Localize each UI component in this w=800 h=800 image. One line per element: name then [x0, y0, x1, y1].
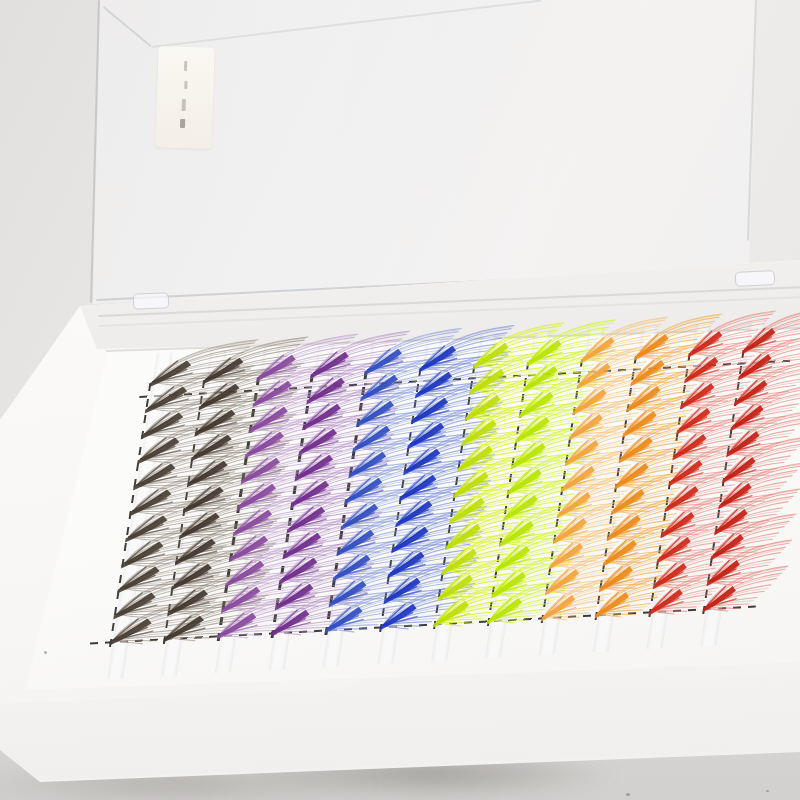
lid-bevel-top-edge — [152, 0, 541, 47]
case-hinge-ledge — [0, 0, 800, 400]
lash-strip-blue-2 — [377, 337, 443, 664]
lash-fan-purple-2-row-5 — [294, 431, 396, 488]
lash-fan-orange-1-row-11 — [540, 572, 630, 629]
lash-strip-brown-2 — [161, 349, 227, 676]
lash-fan-purple-1-row-7 — [232, 486, 336, 543]
lash-fan-orange-2-row-5 — [617, 414, 707, 471]
lash-fan-red-2-row-4 — [729, 382, 800, 438]
lash-fan-red-1-row-6 — [667, 437, 757, 494]
lash-fan-blue-2-row-1 — [417, 322, 515, 379]
lash-fan-purple-2-row-2 — [306, 354, 408, 411]
table-surface — [0, 655, 800, 800]
lash-fan-neon-yellow-1-row-9 — [440, 526, 534, 583]
lash-fan-blue-1-row-10 — [328, 558, 428, 615]
lash-fan-orange-1-row-10 — [544, 546, 634, 603]
lash-strip-red-2 — [700, 319, 766, 646]
hinge-crease-2 — [98, 296, 800, 326]
lash-fan-purple-2-row-8 — [282, 509, 384, 566]
dust-speck — [766, 790, 769, 792]
lash-fan-red-1-row-10 — [652, 540, 742, 597]
lash-fan-purple-2-row-11 — [270, 586, 372, 643]
lash-fan-neon-yellow-2-row-2 — [521, 343, 613, 400]
hinge-tab-left — [133, 292, 170, 310]
lash-fan-blue-2-row-5 — [402, 426, 500, 483]
lash-fan-blue-2-row-8 — [390, 503, 488, 560]
lash-fan-red-2-row-6 — [721, 434, 800, 490]
lash-fan-brown-1-row-2 — [144, 362, 256, 420]
guide-line-col-9 — [540, 359, 583, 627]
lash-fan-orange-1-row-2 — [575, 340, 665, 397]
lash-fan-red-1-row-4 — [675, 385, 765, 442]
lash-fan-brown-2-row-9 — [170, 540, 278, 598]
lash-fan-red-2-row-1 — [741, 305, 800, 361]
lash-fan-brown-2-row-7 — [178, 489, 286, 547]
lash-strip-purple-2 — [269, 343, 335, 670]
lash-fan-neon-yellow-2-row-8 — [498, 497, 590, 554]
guide-line-top — [139, 360, 791, 399]
lash-fan-red-2-row-5 — [725, 408, 800, 464]
lash-fan-orange-2-row-10 — [598, 543, 688, 600]
lash-fan-red-2-row-11 — [702, 563, 790, 619]
lash-strip-purple-1 — [215, 346, 281, 673]
lash-fan-brown-2-row-1 — [202, 334, 310, 392]
lash-fan-red-2-row-9 — [709, 511, 797, 567]
guide-line-col-5 — [324, 371, 367, 639]
lash-fan-blue-1-row-6 — [344, 454, 444, 511]
dust-speck — [44, 651, 47, 654]
lash-fan-red-1-row-1 — [687, 308, 777, 365]
lash-strip-brown-1 — [107, 352, 173, 679]
lash-fan-blue-1-row-3 — [356, 377, 456, 434]
lash-fan-orange-1-row-1 — [579, 314, 669, 371]
lash-fan-neon-yellow-2-row-3 — [517, 368, 609, 425]
dust-speck — [626, 793, 630, 796]
lash-fan-blue-2-row-11 — [378, 580, 476, 637]
lash-fan-orange-2-row-8 — [605, 492, 695, 549]
lash-fan-neon-yellow-1-row-2 — [467, 346, 561, 403]
lash-fan-neon-yellow-1-row-5 — [456, 423, 550, 480]
lash-fan-neon-yellow-2-row-11 — [486, 575, 578, 632]
lash-fan-red-1-row-7 — [663, 463, 753, 520]
lash-fan-orange-2-row-9 — [602, 517, 692, 574]
lash-fan-brown-2-row-8 — [174, 515, 282, 573]
guide-line-col-10 — [594, 356, 637, 624]
lash-fan-blue-1-row-8 — [336, 506, 436, 563]
lash-fan-red-1-row-11 — [648, 566, 738, 623]
hinge-tab-right — [735, 270, 776, 287]
hinge-crease — [98, 286, 800, 316]
lash-fan-purple-1-row-2 — [252, 357, 356, 414]
lash-fan-red-2-row-2 — [737, 331, 800, 387]
lash-fan-orange-2-row-11 — [594, 569, 684, 626]
lash-fan-orange-1-row-9 — [548, 520, 638, 577]
lash-fan-red-1-row-3 — [679, 360, 769, 417]
lash-fan-neon-yellow-1-row-10 — [436, 552, 530, 609]
lash-fan-neon-yellow-2-row-10 — [490, 549, 582, 606]
lash-fan-blue-1-row-2 — [359, 351, 459, 408]
lash-fan-blue-2-row-10 — [382, 555, 480, 612]
lash-fan-red-1-row-8 — [659, 489, 749, 546]
lash-fan-brown-1-row-7 — [124, 491, 236, 549]
lash-fan-blue-1-row-5 — [348, 429, 448, 486]
lash-fan-neon-yellow-2-row-6 — [505, 446, 597, 503]
guide-line-col-4 — [270, 374, 313, 642]
lash-fan-purple-2-row-3 — [302, 380, 404, 437]
lash-fan-red-1-row-5 — [671, 411, 761, 468]
lash-fan-blue-2-row-4 — [406, 400, 504, 457]
guide-line-col-11 — [648, 353, 691, 621]
lash-fan-neon-yellow-1-row-4 — [459, 397, 553, 454]
lash-grid — [99, 343, 798, 650]
lash-fan-red-2-row-7 — [717, 460, 800, 516]
guide-line-col-6 — [378, 368, 421, 636]
lash-fan-orange-1-row-5 — [563, 417, 653, 474]
case-base — [0, 0, 800, 800]
lash-fan-orange-2-row-1 — [633, 311, 723, 368]
lash-fan-purple-1-row-1 — [256, 331, 360, 388]
lash-fan-blue-1-row-4 — [352, 403, 452, 460]
lash-fan-purple-2-row-1 — [309, 328, 411, 385]
lash-fan-neon-yellow-2-row-1 — [525, 317, 617, 374]
lash-fan-brown-2-row-6 — [182, 463, 290, 521]
lash-fan-purple-2-row-4 — [298, 406, 400, 463]
lash-strip-blue-1 — [323, 340, 389, 667]
case-shadow — [240, 748, 620, 800]
lash-fan-orange-1-row-4 — [567, 391, 657, 448]
lash-fan-neon-yellow-1-row-8 — [444, 500, 538, 557]
lash-fan-neon-yellow-1-row-6 — [452, 449, 546, 506]
lash-fan-brown-2-row-2 — [198, 360, 306, 418]
lash-fan-brown-1-row-8 — [120, 517, 232, 575]
lid-right-edge — [748, 0, 757, 241]
lash-fan-neon-yellow-1-row-1 — [471, 320, 565, 377]
lash-fan-blue-2-row-2 — [413, 348, 511, 405]
lash-fan-purple-1-row-8 — [228, 512, 332, 569]
lid-bevel-corner — [103, 6, 152, 47]
lash-fan-brown-1-row-10 — [112, 569, 224, 627]
lash-fan-blue-1-row-9 — [332, 532, 432, 589]
lash-fan-brown-2-row-10 — [166, 566, 274, 624]
lash-fan-brown-1-row-5 — [132, 440, 244, 498]
lash-fan-orange-1-row-3 — [571, 366, 661, 423]
lash-fan-purple-2-row-6 — [290, 457, 392, 514]
lash-fan-purple-1-row-6 — [236, 460, 340, 517]
lash-fan-orange-2-row-6 — [613, 440, 703, 497]
lash-strip-orange-1 — [539, 328, 605, 655]
lash-fan-brown-1-row-3 — [140, 388, 252, 446]
lash-fan-brown-1-row-9 — [116, 543, 228, 601]
clear-lid — [0, 0, 800, 310]
lash-fan-brown-2-row-5 — [186, 437, 294, 495]
guide-line-bottom — [90, 606, 756, 645]
guide-line-col-3 — [216, 377, 259, 645]
lash-fan-brown-2-row-3 — [194, 386, 302, 444]
lash-fan-purple-1-row-9 — [224, 538, 328, 595]
lash-fan-orange-2-row-2 — [629, 337, 719, 394]
lash-fan-purple-2-row-7 — [286, 483, 388, 540]
guide-line-col-2 — [162, 380, 205, 648]
lash-fan-purple-1-row-5 — [240, 434, 344, 491]
guide-line-col-1 — [108, 383, 151, 651]
lash-fan-blue-2-row-3 — [409, 374, 507, 431]
lash-fan-orange-1-row-6 — [559, 443, 649, 500]
guide-line-col-12 — [702, 350, 745, 618]
lash-fan-blue-2-row-6 — [398, 451, 496, 508]
lash-fan-neon-yellow-1-row-3 — [463, 371, 557, 428]
lash-fan-brown-2-row-4 — [190, 411, 298, 469]
case-front-rim — [0, 0, 800, 800]
lash-fan-orange-2-row-4 — [621, 388, 711, 445]
lash-fan-orange-1-row-7 — [555, 469, 645, 526]
lash-fan-red-1-row-9 — [655, 514, 745, 571]
lash-tray — [0, 0, 800, 720]
lash-fan-purple-1-row-10 — [220, 563, 324, 620]
lash-fan-purple-1-row-4 — [244, 409, 348, 466]
lash-fan-brown-1-row-11 — [108, 595, 220, 653]
guide-line-col-7 — [432, 365, 475, 633]
lash-fan-orange-1-row-8 — [552, 495, 642, 552]
lash-fan-neon-yellow-2-row-9 — [494, 523, 586, 580]
lash-fan-red-1-row-2 — [683, 334, 773, 391]
lash-fan-neon-yellow-2-row-4 — [513, 394, 605, 451]
lash-fan-purple-1-row-11 — [216, 589, 320, 646]
guide-line-col-8 — [486, 362, 529, 630]
lash-fan-neon-yellow-1-row-7 — [448, 474, 542, 531]
lash-strip-orange-2 — [592, 325, 658, 652]
lash-strip-neon-yellow-2 — [485, 331, 551, 658]
lash-fan-purple-2-row-9 — [278, 535, 380, 592]
lash-fan-blue-2-row-9 — [386, 529, 484, 586]
lash-fan-red-2-row-10 — [705, 537, 793, 593]
lash-fan-brown-1-row-6 — [128, 466, 240, 524]
lash-fan-brown-2-row-11 — [162, 592, 270, 650]
lash-fan-blue-2-row-7 — [394, 477, 492, 534]
lash-fan-blue-1-row-11 — [324, 583, 424, 640]
lash-fan-brown-1-row-1 — [148, 337, 260, 395]
lash-strip-red-1 — [646, 322, 712, 649]
lash-fan-neon-yellow-1-row-11 — [432, 578, 526, 635]
lash-fan-orange-2-row-7 — [609, 466, 699, 523]
lash-strip-neon-yellow-1 — [431, 334, 497, 661]
scene — [0, 0, 800, 800]
lash-fan-orange-2-row-3 — [625, 363, 715, 420]
lash-fan-brown-1-row-4 — [136, 414, 248, 472]
case-shadow-left — [0, 760, 380, 800]
lid-sticker — [155, 46, 214, 149]
lid-bottom-edge — [96, 267, 753, 301]
lash-fan-neon-yellow-2-row-7 — [502, 472, 594, 529]
tray-top-crease — [106, 327, 800, 352]
lash-fan-purple-2-row-10 — [274, 560, 376, 617]
lash-fan-purple-1-row-3 — [248, 383, 352, 440]
lash-fan-red-2-row-3 — [733, 357, 800, 413]
lash-fan-red-2-row-8 — [713, 486, 800, 542]
lash-fan-blue-1-row-7 — [340, 480, 440, 537]
lid-left-edge — [91, 0, 100, 303]
lash-fan-blue-1-row-1 — [363, 325, 463, 382]
lash-fan-neon-yellow-2-row-5 — [509, 420, 601, 477]
